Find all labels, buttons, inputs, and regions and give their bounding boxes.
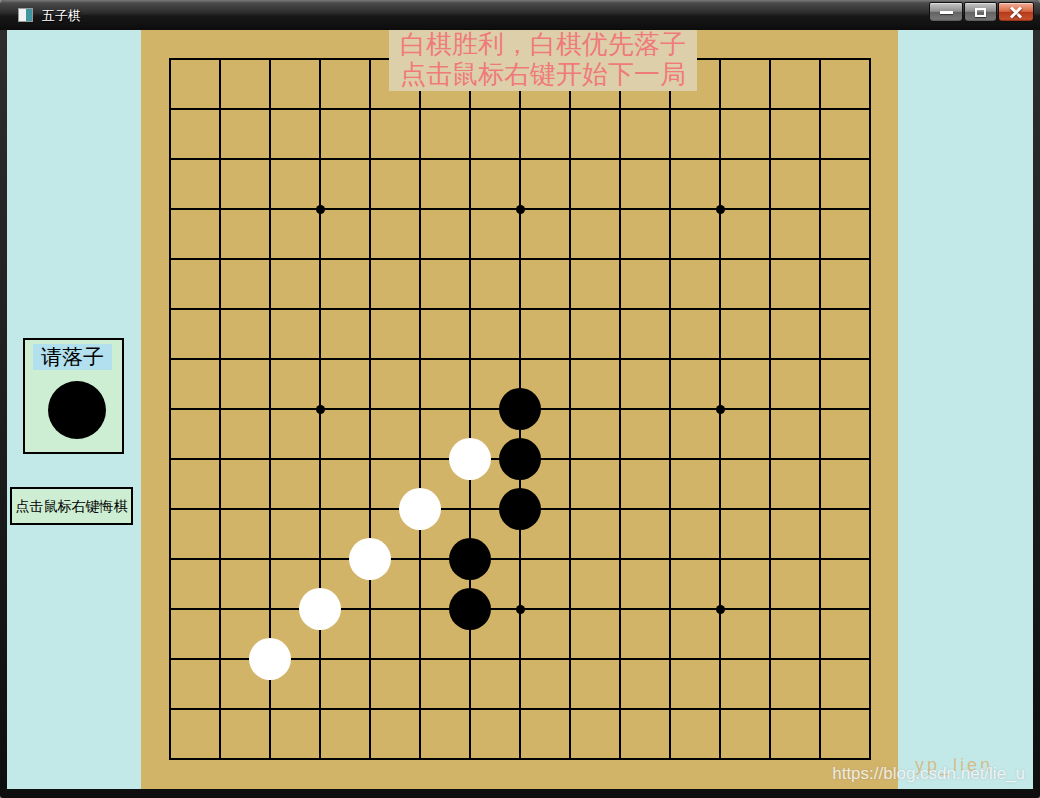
status-line-2: 点击鼠标右键开始下一局: [389, 60, 697, 90]
client-area: 白棋胜利，白棋优先落子 点击鼠标右键开始下一局 请落子 点击鼠标右键悔棋 yp_…: [7, 30, 1033, 789]
star-point: [716, 405, 725, 414]
stone-black: [499, 438, 541, 480]
grid-hline: [169, 708, 871, 710]
turn-stone-black: [48, 381, 106, 439]
minimize-button[interactable]: [929, 2, 963, 22]
stone-black: [499, 488, 541, 530]
grid-vline: [669, 58, 671, 760]
star-point: [316, 205, 325, 214]
undo-button[interactable]: 点击鼠标右键悔棋: [10, 487, 133, 525]
minimize-icon: [940, 11, 953, 14]
stone-white: [299, 588, 341, 630]
title-bar[interactable]: 五子棋: [0, 0, 1040, 30]
stone-white: [349, 538, 391, 580]
grid-hline: [169, 758, 871, 760]
grid-vline: [769, 58, 771, 760]
stone-white: [249, 638, 291, 680]
close-icon: [1009, 6, 1023, 18]
maximize-icon: [975, 8, 986, 17]
maximize-button[interactable]: [964, 2, 997, 22]
star-point: [716, 605, 725, 614]
star-point: [516, 205, 525, 214]
grid-vline: [819, 58, 821, 760]
star-point: [316, 405, 325, 414]
app-window: 五子棋 白棋胜利，白棋优先落子 点击鼠标右键开始下一局 请落子 点击鼠标右键悔棋…: [0, 0, 1040, 798]
grid-vline: [869, 58, 871, 760]
stone-black: [499, 388, 541, 430]
status-line-1: 白棋胜利，白棋优先落子: [389, 30, 697, 60]
window-title: 五子棋: [42, 7, 81, 25]
turn-label: 请落子: [33, 344, 112, 370]
stone-white: [399, 488, 441, 530]
stone-black: [449, 538, 491, 580]
watermark-url: https://blog.csdn.net/lie_u: [832, 764, 1025, 784]
star-point: [516, 605, 525, 614]
stone-black: [449, 588, 491, 630]
board[interactable]: 白棋胜利，白棋优先落子 点击鼠标右键开始下一局: [141, 30, 898, 789]
grid-vline: [569, 58, 571, 760]
stone-white: [449, 438, 491, 480]
close-button[interactable]: [998, 2, 1034, 22]
turn-indicator-box: 请落子: [23, 338, 124, 454]
status-message: 白棋胜利，白棋优先落子 点击鼠标右键开始下一局: [389, 30, 697, 91]
grid-vline: [619, 58, 621, 760]
grid-hline: [169, 558, 871, 560]
window-icon: [18, 8, 33, 22]
star-point: [716, 205, 725, 214]
